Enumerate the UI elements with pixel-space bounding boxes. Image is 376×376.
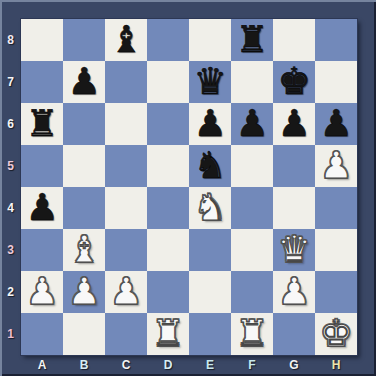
piece-black-pawn-g6: ♟	[277, 103, 310, 145]
square-g8[interactable]	[273, 19, 315, 61]
square-f2[interactable]	[231, 271, 273, 313]
piece-white-rook-d1: ♜	[151, 313, 184, 355]
chess-board: ♝♜♟♛♚♜♟♟♟♟♞♟♟♞♝♛♟♟♟♟♜♜♚	[21, 19, 357, 355]
rank-label-3: 3	[0, 229, 21, 271]
square-a4[interactable]: ♟	[21, 187, 63, 229]
rank-label-6: 6	[0, 103, 21, 145]
square-a7[interactable]	[21, 61, 63, 103]
piece-black-king-g7: ♚	[277, 61, 310, 103]
square-a1[interactable]	[21, 313, 63, 355]
square-e6[interactable]: ♟	[189, 103, 231, 145]
square-g6[interactable]: ♟	[273, 103, 315, 145]
piece-white-pawn-g2: ♟	[277, 271, 310, 313]
file-label-e: E	[189, 356, 231, 374]
file-label-a: A	[21, 356, 63, 374]
square-c3[interactable]	[105, 229, 147, 271]
square-g3[interactable]: ♛	[273, 229, 315, 271]
square-b4[interactable]	[63, 187, 105, 229]
square-d6[interactable]	[147, 103, 189, 145]
square-e4[interactable]: ♞	[189, 187, 231, 229]
square-g4[interactable]	[273, 187, 315, 229]
rank-label-2: 2	[0, 271, 21, 313]
square-c4[interactable]	[105, 187, 147, 229]
square-d4[interactable]	[147, 187, 189, 229]
square-a5[interactable]	[21, 145, 63, 187]
piece-black-pawn-a4: ♟	[25, 187, 58, 229]
square-b7[interactable]: ♟	[63, 61, 105, 103]
square-h6[interactable]: ♟	[315, 103, 357, 145]
square-c2[interactable]: ♟	[105, 271, 147, 313]
square-f3[interactable]	[231, 229, 273, 271]
piece-white-pawn-b2: ♟	[67, 271, 100, 313]
chess-diagram: ♝♜♟♛♚♜♟♟♟♟♞♟♟♞♝♛♟♟♟♟♜♜♚ 8 7 6 5 4 3 2 1 …	[0, 0, 376, 376]
piece-white-pawn-a2: ♟	[25, 271, 58, 313]
square-b5[interactable]	[63, 145, 105, 187]
square-h5[interactable]: ♟	[315, 145, 357, 187]
rank-label-1: 1	[0, 313, 21, 355]
square-h8[interactable]	[315, 19, 357, 61]
square-f4[interactable]	[231, 187, 273, 229]
square-a8[interactable]	[21, 19, 63, 61]
square-e1[interactable]	[189, 313, 231, 355]
square-d2[interactable]	[147, 271, 189, 313]
file-label-h: H	[315, 356, 357, 374]
square-e2[interactable]	[189, 271, 231, 313]
square-d7[interactable]	[147, 61, 189, 103]
square-h4[interactable]	[315, 187, 357, 229]
piece-black-queen-e7: ♛	[193, 61, 226, 103]
square-e5[interactable]: ♞	[189, 145, 231, 187]
square-h2[interactable]	[315, 271, 357, 313]
piece-white-bishop-b3: ♝	[67, 229, 100, 271]
square-c1[interactable]	[105, 313, 147, 355]
square-f6[interactable]: ♟	[231, 103, 273, 145]
file-label-g: G	[273, 356, 315, 374]
file-label-c: C	[105, 356, 147, 374]
piece-white-queen-g3: ♛	[277, 229, 310, 271]
piece-black-pawn-h6: ♟	[319, 103, 352, 145]
rank-label-5: 5	[0, 145, 21, 187]
square-c6[interactable]	[105, 103, 147, 145]
square-b8[interactable]	[63, 19, 105, 61]
square-d8[interactable]	[147, 19, 189, 61]
square-e8[interactable]	[189, 19, 231, 61]
piece-black-pawn-e6: ♟	[193, 103, 226, 145]
piece-black-rook-f8: ♜	[235, 19, 268, 61]
square-a3[interactable]	[21, 229, 63, 271]
piece-white-rook-f1: ♜	[235, 313, 268, 355]
square-g1[interactable]	[273, 313, 315, 355]
piece-white-pawn-h5: ♟	[319, 145, 352, 187]
square-d5[interactable]	[147, 145, 189, 187]
square-c8[interactable]: ♝	[105, 19, 147, 61]
square-f7[interactable]	[231, 61, 273, 103]
file-label-d: D	[147, 356, 189, 374]
square-f1[interactable]: ♜	[231, 313, 273, 355]
square-c7[interactable]	[105, 61, 147, 103]
rank-label-4: 4	[0, 187, 21, 229]
square-g2[interactable]: ♟	[273, 271, 315, 313]
square-d3[interactable]	[147, 229, 189, 271]
file-label-b: B	[63, 356, 105, 374]
rank-label-8: 8	[0, 19, 21, 61]
square-e7[interactable]: ♛	[189, 61, 231, 103]
file-label-f: F	[231, 356, 273, 374]
piece-black-rook-a6: ♜	[25, 103, 58, 145]
piece-black-pawn-f6: ♟	[235, 103, 268, 145]
square-b1[interactable]	[63, 313, 105, 355]
square-a2[interactable]: ♟	[21, 271, 63, 313]
square-b3[interactable]: ♝	[63, 229, 105, 271]
piece-black-bishop-c8: ♝	[109, 19, 142, 61]
square-e3[interactable]	[189, 229, 231, 271]
square-h1[interactable]: ♚	[315, 313, 357, 355]
square-h7[interactable]	[315, 61, 357, 103]
piece-black-pawn-b7: ♟	[67, 61, 100, 103]
piece-white-king-h1: ♚	[319, 313, 352, 355]
piece-white-knight-e4: ♞	[193, 187, 226, 229]
square-a6[interactable]: ♜	[21, 103, 63, 145]
square-b2[interactable]: ♟	[63, 271, 105, 313]
square-h3[interactable]	[315, 229, 357, 271]
square-c5[interactable]	[105, 145, 147, 187]
square-g5[interactable]	[273, 145, 315, 187]
square-d1[interactable]: ♜	[147, 313, 189, 355]
piece-black-knight-e5: ♞	[193, 145, 226, 187]
square-f8[interactable]: ♜	[231, 19, 273, 61]
square-b6[interactable]	[63, 103, 105, 145]
piece-white-pawn-c2: ♟	[109, 271, 142, 313]
square-g7[interactable]: ♚	[273, 61, 315, 103]
rank-label-7: 7	[0, 61, 21, 103]
square-f5[interactable]	[231, 145, 273, 187]
